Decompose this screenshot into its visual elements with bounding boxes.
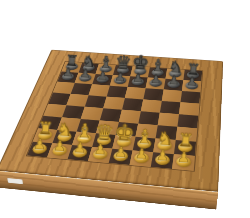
- board-perspective: ♜♞♝♛♚♝♞♜♟♟♟♟♟♟♟♟♜♞♝♛♚♝♞♜♟♟♟♟♟♟♟♟: [17, 5, 226, 214]
- label-sticker: [7, 178, 23, 184]
- chess-board: ♜♞♝♛♚♝♞♜♟♟♟♟♟♟♟♟♜♞♝♛♚♝♞♜♟♟♟♟♟♟♟♟: [0, 50, 223, 192]
- chess-set-photo: ♜♞♝♛♚♝♞♜♟♟♟♟♟♟♟♟♜♞♝♛♚♝♞♜♟♟♟♟♟♟♟♟: [0, 0, 250, 218]
